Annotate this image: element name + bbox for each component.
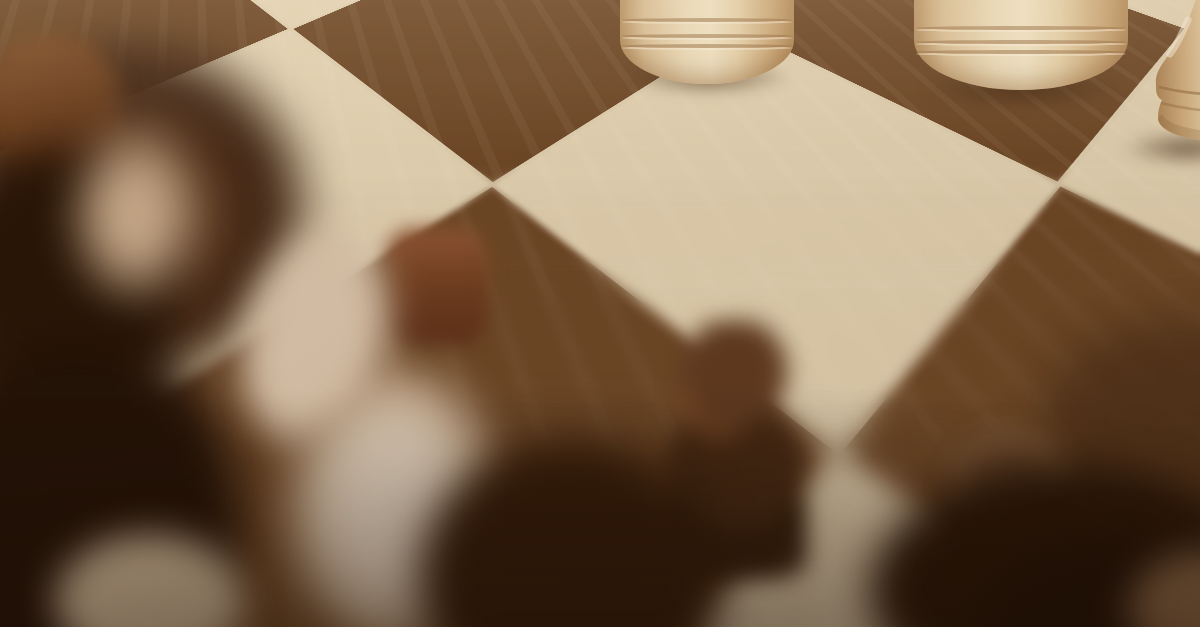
white-piece-2-body (914, 0, 1128, 90)
white-piece-2-groove (916, 50, 1126, 54)
macro-photo-scene (0, 0, 1200, 627)
white-piece-3-pawn-shape (1114, 0, 1200, 159)
white-piece-3 (1114, 0, 1200, 159)
white-piece-2-groove (916, 26, 1126, 30)
white-piece-1-groove (622, 18, 793, 22)
white-piece-1-body (620, 0, 794, 84)
white-piece-1 (620, 0, 794, 84)
white-piece-2-groove (916, 40, 1126, 44)
white-piece-1-groove (622, 44, 793, 48)
white-piece-1-groove (622, 34, 793, 38)
white-piece-2 (914, 0, 1128, 90)
